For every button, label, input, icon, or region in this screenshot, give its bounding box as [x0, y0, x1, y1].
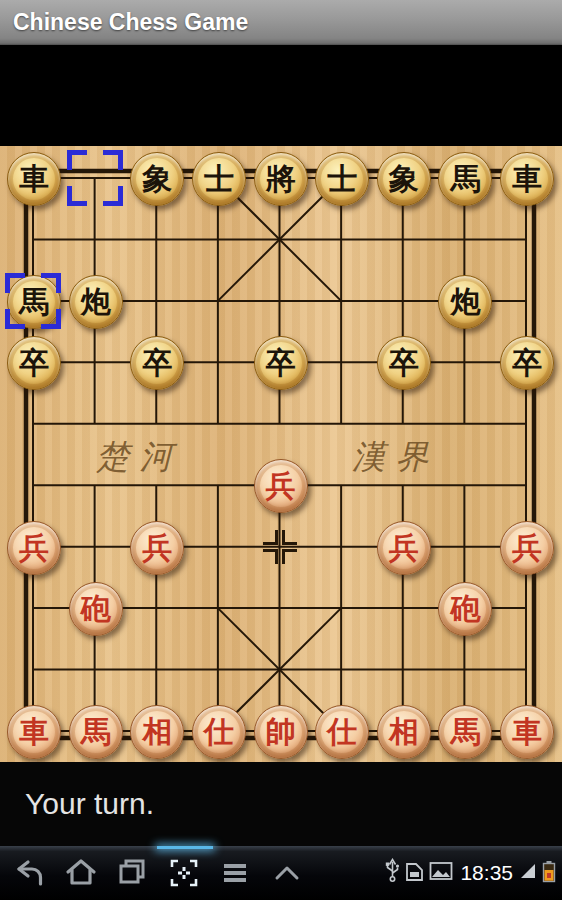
piece-red-馬[interactable]: 馬 [69, 705, 123, 759]
piece-red-砲[interactable]: 砲 [69, 582, 123, 636]
menu-icon[interactable] [218, 856, 252, 890]
piece-red-兵[interactable]: 兵 [130, 521, 184, 575]
piece-black-馬[interactable]: 馬 [438, 152, 492, 206]
title-bar: Chinese Chess Game [0, 0, 562, 45]
gallery-icon [429, 861, 453, 885]
piece-red-帥[interactable]: 帥 [254, 705, 308, 759]
storage-icon [405, 860, 424, 886]
back-icon[interactable] [12, 856, 46, 890]
recent-apps-icon[interactable] [115, 856, 149, 890]
piece-black-馬[interactable]: 馬 [7, 275, 61, 329]
home-icon[interactable] [64, 856, 98, 890]
piece-black-象[interactable]: 象 [377, 152, 431, 206]
signal-strength-icon [520, 863, 537, 884]
piece-black-卒[interactable]: 卒 [254, 336, 308, 390]
xiangqi-board[interactable]: 楚 河 漢 界 車象士將士象馬車馬炮炮卒卒卒卒卒兵兵兵兵兵砲砲車馬相仕帥仕相馬車 [0, 146, 562, 762]
piece-red-馬[interactable]: 馬 [438, 705, 492, 759]
piece-red-兵[interactable]: 兵 [7, 521, 61, 575]
navigation-bar: 18:35 [0, 846, 562, 900]
piece-red-相[interactable]: 相 [377, 705, 431, 759]
screenshot-icon[interactable] [167, 856, 201, 890]
piece-red-兵[interactable]: 兵 [500, 521, 554, 575]
piece-black-卒[interactable]: 卒 [7, 336, 61, 390]
piece-black-士[interactable]: 士 [315, 152, 369, 206]
android-screen: Chinese Chess Game 楚 河 漢 界 車象士將士象馬車馬炮炮卒卒… [0, 0, 562, 900]
piece-black-炮[interactable]: 炮 [69, 275, 123, 329]
piece-black-卒[interactable]: 卒 [500, 336, 554, 390]
piece-black-士[interactable]: 士 [192, 152, 246, 206]
turn-message: Your turn. [0, 787, 154, 821]
nav-buttons [12, 846, 304, 900]
piece-black-炮[interactable]: 炮 [438, 275, 492, 329]
piece-red-車[interactable]: 車 [500, 705, 554, 759]
status-icons: 18:35 [385, 846, 556, 900]
battery-icon [542, 860, 556, 887]
piece-black-象[interactable]: 象 [130, 152, 184, 206]
app-title: Chinese Chess Game [0, 9, 248, 36]
piece-black-將[interactable]: 將 [254, 152, 308, 206]
usb-icon [385, 858, 400, 888]
piece-black-車[interactable]: 車 [7, 152, 61, 206]
piece-red-車[interactable]: 車 [7, 705, 61, 759]
piece-red-仕[interactable]: 仕 [315, 705, 369, 759]
piece-black-卒[interactable]: 卒 [377, 336, 431, 390]
piece-red-相[interactable]: 相 [130, 705, 184, 759]
status-bar: Your turn. [0, 762, 562, 846]
expand-icon[interactable] [270, 856, 304, 890]
piece-black-車[interactable]: 車 [500, 152, 554, 206]
piece-red-仕[interactable]: 仕 [192, 705, 246, 759]
piece-red-兵[interactable]: 兵 [254, 459, 308, 513]
piece-red-兵[interactable]: 兵 [377, 521, 431, 575]
clock: 18:35 [458, 861, 515, 885]
